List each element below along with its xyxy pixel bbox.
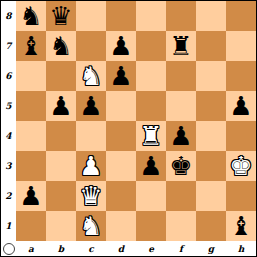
square-h7: [226, 31, 256, 61]
piece-black-pawn-d6: ♟: [109, 61, 132, 91]
square-h2: [226, 181, 256, 211]
square-g2: [196, 181, 226, 211]
square-b4: [46, 121, 76, 151]
piece-white-knight-c1: ♞: [79, 211, 102, 241]
square-h3: ♚: [226, 151, 256, 181]
rank-label-3: 3: [1, 151, 16, 181]
square-e3: ♟: [136, 151, 166, 181]
piece-white-rook-e4: ♜: [139, 121, 162, 151]
square-e4: ♜: [136, 121, 166, 151]
square-h5: ♟: [226, 91, 256, 121]
piece-white-knight-c6: ♞: [79, 61, 102, 91]
square-h1: ♝: [226, 211, 256, 241]
square-e8: [136, 1, 166, 31]
rank-label-2: 2: [1, 181, 16, 211]
square-b7: ♞: [46, 31, 76, 61]
piece-black-knight-a8: ♞: [19, 1, 42, 31]
piece-black-pawn-c5: ♟: [79, 91, 102, 121]
piece-black-knight-b7: ♞: [49, 31, 72, 61]
square-c1: ♞: [76, 211, 106, 241]
piece-black-bishop-a7: ♝: [19, 31, 42, 61]
square-b1: [46, 211, 76, 241]
chess-diagram: 87654321 ♞♛♝♞♟♜♞♟♟♟♟♜♟♟♟♚♚♟♛♞♝ abcdefgh: [0, 0, 257, 257]
square-b3: [46, 151, 76, 181]
white-to-move-indicator-icon: [3, 243, 15, 255]
square-c5: ♟: [76, 91, 106, 121]
file-label-c: c: [76, 241, 106, 256]
square-h6: [226, 61, 256, 91]
square-a1: [16, 211, 46, 241]
square-c7: [76, 31, 106, 61]
piece-white-queen-c2: ♛: [79, 181, 102, 211]
square-f4: ♟: [166, 121, 196, 151]
square-d1: [106, 211, 136, 241]
piece-black-pawn-b5: ♟: [49, 91, 72, 121]
piece-black-pawn-h5: ♟: [229, 91, 252, 121]
square-d7: ♟: [106, 31, 136, 61]
piece-black-pawn-a2: ♟: [19, 181, 42, 211]
square-c3: ♟: [76, 151, 106, 181]
square-f7: ♜: [166, 31, 196, 61]
square-d2: [106, 181, 136, 211]
square-f3: ♚: [166, 151, 196, 181]
square-g4: [196, 121, 226, 151]
piece-white-king-h3: ♚: [229, 151, 252, 181]
square-d5: [106, 91, 136, 121]
rank-label-6: 6: [1, 61, 16, 91]
square-d4: [106, 121, 136, 151]
rank-label-5: 5: [1, 91, 16, 121]
square-b2: [46, 181, 76, 211]
square-g8: [196, 1, 226, 31]
chess-board: ♞♛♝♞♟♜♞♟♟♟♟♜♟♟♟♚♚♟♛♞♝: [16, 1, 256, 241]
piece-black-bishop-h1: ♝: [229, 211, 252, 241]
square-a5: [16, 91, 46, 121]
file-labels: abcdefgh: [16, 241, 256, 256]
square-b5: ♟: [46, 91, 76, 121]
square-e2: [136, 181, 166, 211]
square-g1: [196, 211, 226, 241]
square-b8: ♛: [46, 1, 76, 31]
square-f8: [166, 1, 196, 31]
piece-black-queen-b8: ♛: [49, 1, 72, 31]
piece-black-pawn-e3: ♟: [139, 151, 162, 181]
square-g6: [196, 61, 226, 91]
square-f2: [166, 181, 196, 211]
piece-black-pawn-d7: ♟: [109, 31, 132, 61]
square-d8: [106, 1, 136, 31]
square-d3: [106, 151, 136, 181]
corner-cell: [1, 241, 16, 256]
square-f5: [166, 91, 196, 121]
square-a2: ♟: [16, 181, 46, 211]
file-label-d: d: [106, 241, 136, 256]
rank-label-8: 8: [1, 1, 16, 31]
square-g7: [196, 31, 226, 61]
piece-black-king-f3: ♚: [169, 151, 192, 181]
square-e6: [136, 61, 166, 91]
square-h8: [226, 1, 256, 31]
square-e5: [136, 91, 166, 121]
piece-black-rook-f7: ♜: [169, 31, 192, 61]
square-c6: ♞: [76, 61, 106, 91]
file-label-b: b: [46, 241, 76, 256]
rank-label-4: 4: [1, 121, 16, 151]
square-c4: [76, 121, 106, 151]
square-a4: [16, 121, 46, 151]
rank-label-7: 7: [1, 31, 16, 61]
piece-black-pawn-f4: ♟: [169, 121, 192, 151]
square-a7: ♝: [16, 31, 46, 61]
rank-labels: 87654321: [1, 1, 16, 241]
square-g3: [196, 151, 226, 181]
square-a6: [16, 61, 46, 91]
file-label-f: f: [166, 241, 196, 256]
square-c8: [76, 1, 106, 31]
rank-label-1: 1: [1, 211, 16, 241]
file-label-a: a: [16, 241, 46, 256]
square-f6: [166, 61, 196, 91]
square-a8: ♞: [16, 1, 46, 31]
square-b6: [46, 61, 76, 91]
file-label-h: h: [226, 241, 256, 256]
square-f1: [166, 211, 196, 241]
square-e1: [136, 211, 166, 241]
square-a3: [16, 151, 46, 181]
square-g5: [196, 91, 226, 121]
square-d6: ♟: [106, 61, 136, 91]
piece-white-pawn-c3: ♟: [79, 151, 102, 181]
square-c2: ♛: [76, 181, 106, 211]
square-h4: [226, 121, 256, 151]
file-label-g: g: [196, 241, 226, 256]
square-e7: [136, 31, 166, 61]
file-label-e: e: [136, 241, 166, 256]
